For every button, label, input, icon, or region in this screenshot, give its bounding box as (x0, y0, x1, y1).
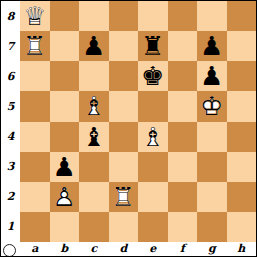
square-e6[interactable]: ♚ (138, 61, 168, 91)
square-e2[interactable] (138, 182, 168, 212)
file-labels: abcdefgh (20, 242, 256, 256)
square-f6[interactable] (168, 61, 198, 91)
square-g2[interactable] (197, 182, 227, 212)
white-king-outline-icon: ♔ (197, 91, 227, 121)
square-c5[interactable]: ♝♗ (79, 91, 109, 121)
file-label-h: h (227, 242, 257, 256)
square-d8[interactable] (109, 1, 139, 31)
square-b2[interactable]: ♟♙ (50, 182, 80, 212)
file-label-b: b (50, 242, 80, 256)
black-pawn-icon: ♟ (200, 63, 223, 89)
white-bishop-outline-icon: ♗ (138, 122, 168, 152)
square-h5[interactable] (227, 91, 257, 121)
square-a6[interactable] (20, 61, 50, 91)
square-c6[interactable] (79, 61, 109, 91)
square-d1[interactable] (109, 212, 139, 242)
rank-label-6: 6 (1, 61, 20, 91)
piece-white-rook-d2[interactable]: ♜♖ (109, 182, 139, 212)
piece-white-bishop-e4[interactable]: ♝♗ (138, 122, 168, 152)
file-label-e: e (138, 242, 168, 256)
square-g5[interactable]: ♚♔ (197, 91, 227, 121)
square-a2[interactable] (20, 182, 50, 212)
white-bishop-outline-icon: ♗ (79, 91, 109, 121)
black-bishop-icon: ♝ (82, 124, 105, 150)
piece-white-pawn-b2[interactable]: ♟♙ (50, 182, 80, 212)
square-c4[interactable]: ♝ (79, 122, 109, 152)
piece-black-pawn-c7[interactable]: ♟ (79, 31, 109, 61)
square-a1[interactable] (20, 212, 50, 242)
white-pawn-outline-icon: ♙ (50, 182, 80, 212)
square-a7[interactable]: ♜♖ (20, 31, 50, 61)
square-f1[interactable] (168, 212, 198, 242)
square-c7[interactable]: ♟ (79, 31, 109, 61)
piece-black-pawn-b3[interactable]: ♟ (50, 152, 80, 182)
square-a5[interactable] (20, 91, 50, 121)
square-d6[interactable] (109, 61, 139, 91)
square-f5[interactable] (168, 91, 198, 121)
file-label-f: f (168, 242, 198, 256)
square-h2[interactable] (227, 182, 257, 212)
square-a3[interactable] (20, 152, 50, 182)
square-b1[interactable] (50, 212, 80, 242)
square-a8[interactable]: ♛♕ (20, 1, 50, 31)
square-e1[interactable] (138, 212, 168, 242)
piece-white-rook-a7[interactable]: ♜♖ (20, 31, 50, 61)
square-b6[interactable] (50, 61, 80, 91)
piece-black-pawn-g6[interactable]: ♟ (197, 61, 227, 91)
piece-white-king-g5[interactable]: ♚♔ (197, 91, 227, 121)
square-h7[interactable] (227, 31, 257, 61)
white-rook-outline-icon: ♖ (109, 182, 139, 212)
square-g3[interactable] (197, 152, 227, 182)
black-king-icon: ♚ (141, 63, 164, 89)
piece-white-bishop-c5[interactable]: ♝♗ (79, 91, 109, 121)
square-b7[interactable] (50, 31, 80, 61)
chess-diagram: ♛♕♜♖♟♜♟♚♟♝♗♚♔♝♝♗♟♟♙♜♖ 87654321 abcdefgh (0, 0, 257, 257)
square-d4[interactable] (109, 122, 139, 152)
square-b5[interactable] (50, 91, 80, 121)
piece-black-king-e6[interactable]: ♚ (138, 61, 168, 91)
square-f7[interactable] (168, 31, 198, 61)
black-pawn-icon: ♟ (53, 154, 76, 180)
square-e3[interactable] (138, 152, 168, 182)
rank-label-3: 3 (1, 152, 20, 182)
square-g7[interactable]: ♟ (197, 31, 227, 61)
square-e5[interactable] (138, 91, 168, 121)
file-label-c: c (79, 242, 109, 256)
file-label-d: d (109, 242, 139, 256)
square-c3[interactable] (79, 152, 109, 182)
square-f8[interactable] (168, 1, 198, 31)
square-e8[interactable] (138, 1, 168, 31)
rank-label-1: 1 (1, 212, 20, 242)
square-g6[interactable]: ♟ (197, 61, 227, 91)
square-h4[interactable] (227, 122, 257, 152)
piece-black-pawn-g7[interactable]: ♟ (197, 31, 227, 61)
square-d5[interactable] (109, 91, 139, 121)
square-d7[interactable] (109, 31, 139, 61)
black-pawn-icon: ♟ (200, 33, 223, 59)
piece-black-rook-e7[interactable]: ♜ (138, 31, 168, 61)
rank-label-5: 5 (1, 91, 20, 121)
square-d2[interactable]: ♜♖ (109, 182, 139, 212)
piece-black-bishop-c4[interactable]: ♝ (79, 122, 109, 152)
square-e4[interactable]: ♝♗ (138, 122, 168, 152)
square-b4[interactable] (50, 122, 80, 152)
square-f3[interactable] (168, 152, 198, 182)
square-c2[interactable] (79, 182, 109, 212)
chess-board: ♛♕♜♖♟♜♟♚♟♝♗♚♔♝♝♗♟♟♙♜♖ (20, 1, 256, 242)
square-h3[interactable] (227, 152, 257, 182)
rank-labels: 87654321 (1, 1, 20, 242)
square-g4[interactable] (197, 122, 227, 152)
square-h8[interactable] (227, 1, 257, 31)
black-rook-icon: ♜ (141, 33, 164, 59)
piece-white-queen-a8[interactable]: ♛♕ (20, 1, 50, 31)
side-to-move-indicator (3, 244, 16, 257)
square-b8[interactable] (50, 1, 80, 31)
rank-label-4: 4 (1, 122, 20, 152)
white-rook-outline-icon: ♖ (20, 31, 50, 61)
square-b3[interactable]: ♟ (50, 152, 80, 182)
square-f2[interactable] (168, 182, 198, 212)
rank-label-8: 8 (1, 1, 20, 31)
square-d3[interactable] (109, 152, 139, 182)
square-e7[interactable]: ♜ (138, 31, 168, 61)
square-h1[interactable] (227, 212, 257, 242)
white-queen-outline-icon: ♕ (20, 1, 50, 31)
square-c8[interactable] (79, 1, 109, 31)
square-a4[interactable] (20, 122, 50, 152)
file-label-g: g (197, 242, 227, 256)
square-h6[interactable] (227, 61, 257, 91)
file-label-a: a (20, 242, 50, 256)
square-g8[interactable] (197, 1, 227, 31)
square-f4[interactable] (168, 122, 198, 152)
square-g1[interactable] (197, 212, 227, 242)
rank-label-2: 2 (1, 182, 20, 212)
rank-label-7: 7 (1, 31, 20, 61)
square-c1[interactable] (79, 212, 109, 242)
black-pawn-icon: ♟ (82, 33, 105, 59)
